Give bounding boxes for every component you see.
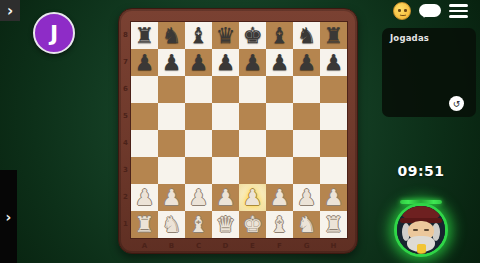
piece-white-pawn[interactable]: ♟ — [324, 184, 344, 211]
square-c4[interactable] — [185, 130, 212, 157]
square-g2[interactable]: ♟ — [293, 184, 320, 211]
piece-white-pawn[interactable]: ♟ — [243, 184, 263, 211]
square-a2[interactable]: ♟ — [131, 184, 158, 211]
square-c5[interactable] — [185, 103, 212, 130]
avatar-eye — [424, 229, 429, 231]
square-c6[interactable] — [185, 76, 212, 103]
square-a5[interactable] — [131, 103, 158, 130]
file-label-c: C — [185, 240, 212, 253]
file-label-d: D — [212, 240, 239, 253]
rank-labels: 87654321 — [121, 22, 130, 238]
square-b5[interactable] — [158, 103, 185, 130]
square-h8[interactable]: ♜ — [320, 22, 347, 49]
piece-white-knight[interactable]: ♞ — [297, 211, 317, 238]
square-b3[interactable] — [158, 157, 185, 184]
piece-black-rook[interactable]: ♜ — [135, 22, 155, 49]
game-screen: › J › 87654321 ♜♞♝♛♚♝♞♜♟♟♟♟♟♟♟♟♟♟♟♟♟♟♟♟♜… — [0, 0, 480, 263]
rank-label-5: 5 — [121, 103, 130, 130]
square-g8[interactable]: ♞ — [293, 22, 320, 49]
square-g4[interactable] — [293, 130, 320, 157]
square-e7[interactable]: ♟ — [239, 49, 266, 76]
square-g5[interactable] — [293, 103, 320, 130]
square-f4[interactable] — [266, 130, 293, 157]
avatar-trophy — [417, 244, 426, 253]
menu-bar — [449, 4, 468, 7]
square-e5[interactable] — [239, 103, 266, 130]
square-e6[interactable] — [239, 76, 266, 103]
piece-white-knight[interactable]: ♞ — [162, 211, 182, 238]
piece-white-pawn[interactable]: ♟ — [162, 184, 182, 211]
piece-white-pawn[interactable]: ♟ — [189, 184, 209, 211]
opponent-initial: J — [50, 21, 58, 46]
piece-black-pawn[interactable]: ♟ — [189, 49, 209, 76]
square-c8[interactable]: ♝ — [185, 22, 212, 49]
square-b8[interactable]: ♞ — [158, 22, 185, 49]
piece-black-pawn[interactable]: ♟ — [216, 49, 236, 76]
menu-bar — [449, 10, 468, 13]
piece-black-pawn[interactable]: ♟ — [135, 49, 155, 76]
chess-board[interactable]: ♜♞♝♛♚♝♞♜♟♟♟♟♟♟♟♟♟♟♟♟♟♟♟♟♜♞♝♛♚♝♞♜ — [131, 22, 347, 238]
emoji-mouth — [399, 11, 407, 16]
square-f8[interactable]: ♝ — [266, 22, 293, 49]
square-f5[interactable] — [266, 103, 293, 130]
avatar-eye — [413, 229, 418, 231]
moves-panel-title: Jogadas — [382, 28, 476, 43]
square-c7[interactable]: ♟ — [185, 49, 212, 76]
file-label-e: E — [239, 240, 266, 253]
square-f7[interactable]: ♟ — [266, 49, 293, 76]
player-clock: 09:51 — [381, 163, 461, 179]
square-e4[interactable] — [239, 130, 266, 157]
rank-label-4: 4 — [121, 130, 130, 157]
piece-white-bishop[interactable]: ♝ — [270, 211, 290, 238]
piece-white-pawn[interactable]: ♟ — [270, 184, 290, 211]
player-avatar-image — [397, 206, 445, 254]
square-f3[interactable] — [266, 157, 293, 184]
square-f1[interactable]: ♝ — [266, 211, 293, 238]
square-b4[interactable] — [158, 130, 185, 157]
square-c2[interactable]: ♟ — [185, 184, 212, 211]
rank-label-7: 7 — [121, 49, 130, 76]
file-label-a: A — [131, 240, 158, 253]
piece-white-pawn[interactable]: ♟ — [216, 184, 236, 211]
square-h7[interactable]: ♟ — [320, 49, 347, 76]
rotate-icon: ↺ — [453, 99, 461, 109]
square-h4[interactable] — [320, 130, 347, 157]
chat-icon[interactable] — [419, 4, 441, 17]
square-b2[interactable]: ♟ — [158, 184, 185, 211]
piece-white-bishop[interactable]: ♝ — [189, 211, 209, 238]
rank-label-2: 2 — [121, 184, 130, 211]
square-f2[interactable]: ♟ — [266, 184, 293, 211]
square-a8[interactable]: ♜ — [131, 22, 158, 49]
piece-white-rook[interactable]: ♜ — [135, 211, 155, 238]
piece-white-queen[interactable]: ♛ — [216, 211, 236, 238]
file-label-h: H — [320, 240, 347, 253]
square-d3[interactable] — [212, 157, 239, 184]
square-a3[interactable] — [131, 157, 158, 184]
piece-black-king[interactable]: ♚ — [243, 22, 263, 49]
square-h3[interactable] — [320, 157, 347, 184]
square-h2[interactable]: ♟ — [320, 184, 347, 211]
square-e2[interactable]: ♟ — [239, 184, 266, 211]
square-b1[interactable]: ♞ — [158, 211, 185, 238]
file-label-g: G — [293, 240, 320, 253]
square-d5[interactable] — [212, 103, 239, 130]
menu-bar — [449, 15, 468, 18]
square-g1[interactable]: ♞ — [293, 211, 320, 238]
emoji-icon[interactable] — [393, 2, 411, 20]
square-e1[interactable]: ♚ — [239, 211, 266, 238]
square-h6[interactable] — [320, 76, 347, 103]
moves-panel: Jogadas ↺ — [382, 28, 476, 117]
square-d2[interactable]: ♟ — [212, 184, 239, 211]
piece-white-king[interactable]: ♚ — [243, 211, 263, 238]
square-d7[interactable]: ♟ — [212, 49, 239, 76]
expand-panel-button[interactable]: › — [0, 0, 20, 21]
square-g6[interactable] — [293, 76, 320, 103]
piece-black-queen[interactable]: ♛ — [216, 22, 236, 49]
chess-board-frame: 87654321 ♜♞♝♛♚♝♞♜♟♟♟♟♟♟♟♟♟♟♟♟♟♟♟♟♜♞♝♛♚♝♞… — [118, 8, 358, 254]
opponent-avatar[interactable]: J — [33, 12, 75, 54]
square-a1[interactable]: ♜ — [131, 211, 158, 238]
square-c3[interactable] — [185, 157, 212, 184]
moves-action-button[interactable]: ↺ — [449, 96, 464, 111]
square-a4[interactable] — [131, 130, 158, 157]
piece-white-rook[interactable]: ♜ — [324, 211, 344, 238]
chevron-right-icon: › — [7, 2, 13, 20]
piece-black-knight[interactable]: ♞ — [297, 22, 317, 49]
square-e8[interactable]: ♚ — [239, 22, 266, 49]
square-a6[interactable] — [131, 76, 158, 103]
square-d6[interactable] — [212, 76, 239, 103]
file-label-f: F — [266, 240, 293, 253]
square-d8[interactable]: ♛ — [212, 22, 239, 49]
chevron-right-icon: › — [6, 209, 12, 225]
square-b7[interactable]: ♟ — [158, 49, 185, 76]
square-g7[interactable]: ♟ — [293, 49, 320, 76]
square-e3[interactable] — [239, 157, 266, 184]
menu-icon[interactable] — [449, 4, 468, 18]
square-f6[interactable] — [266, 76, 293, 103]
rank-label-1: 1 — [121, 211, 130, 238]
player-avatar[interactable] — [394, 203, 448, 257]
piece-black-bishop[interactable]: ♝ — [189, 22, 209, 49]
piece-black-rook[interactable]: ♜ — [324, 22, 344, 49]
square-d4[interactable] — [212, 130, 239, 157]
square-g3[interactable] — [293, 157, 320, 184]
piece-black-pawn[interactable]: ♟ — [243, 49, 263, 76]
square-d1[interactable]: ♛ — [212, 211, 239, 238]
rank-label-3: 3 — [121, 157, 130, 184]
square-a7[interactable]: ♟ — [131, 49, 158, 76]
piece-black-knight[interactable]: ♞ — [162, 22, 182, 49]
file-labels: ABCDEFGH — [131, 240, 347, 253]
file-label-b: B — [158, 240, 185, 253]
square-h5[interactable] — [320, 103, 347, 130]
piece-black-pawn[interactable]: ♟ — [297, 49, 317, 76]
piece-black-bishop[interactable]: ♝ — [270, 22, 290, 49]
rank-label-6: 6 — [121, 76, 130, 103]
piece-black-pawn[interactable]: ♟ — [270, 49, 290, 76]
square-c1[interactable]: ♝ — [185, 211, 212, 238]
left-drawer-handle[interactable]: › — [0, 170, 17, 263]
piece-black-pawn[interactable]: ♟ — [324, 49, 344, 76]
piece-black-pawn[interactable]: ♟ — [162, 49, 182, 76]
rank-label-8: 8 — [121, 22, 130, 49]
square-h1[interactable]: ♜ — [320, 211, 347, 238]
square-b6[interactable] — [158, 76, 185, 103]
piece-white-pawn[interactable]: ♟ — [297, 184, 317, 211]
piece-white-pawn[interactable]: ♟ — [135, 184, 155, 211]
